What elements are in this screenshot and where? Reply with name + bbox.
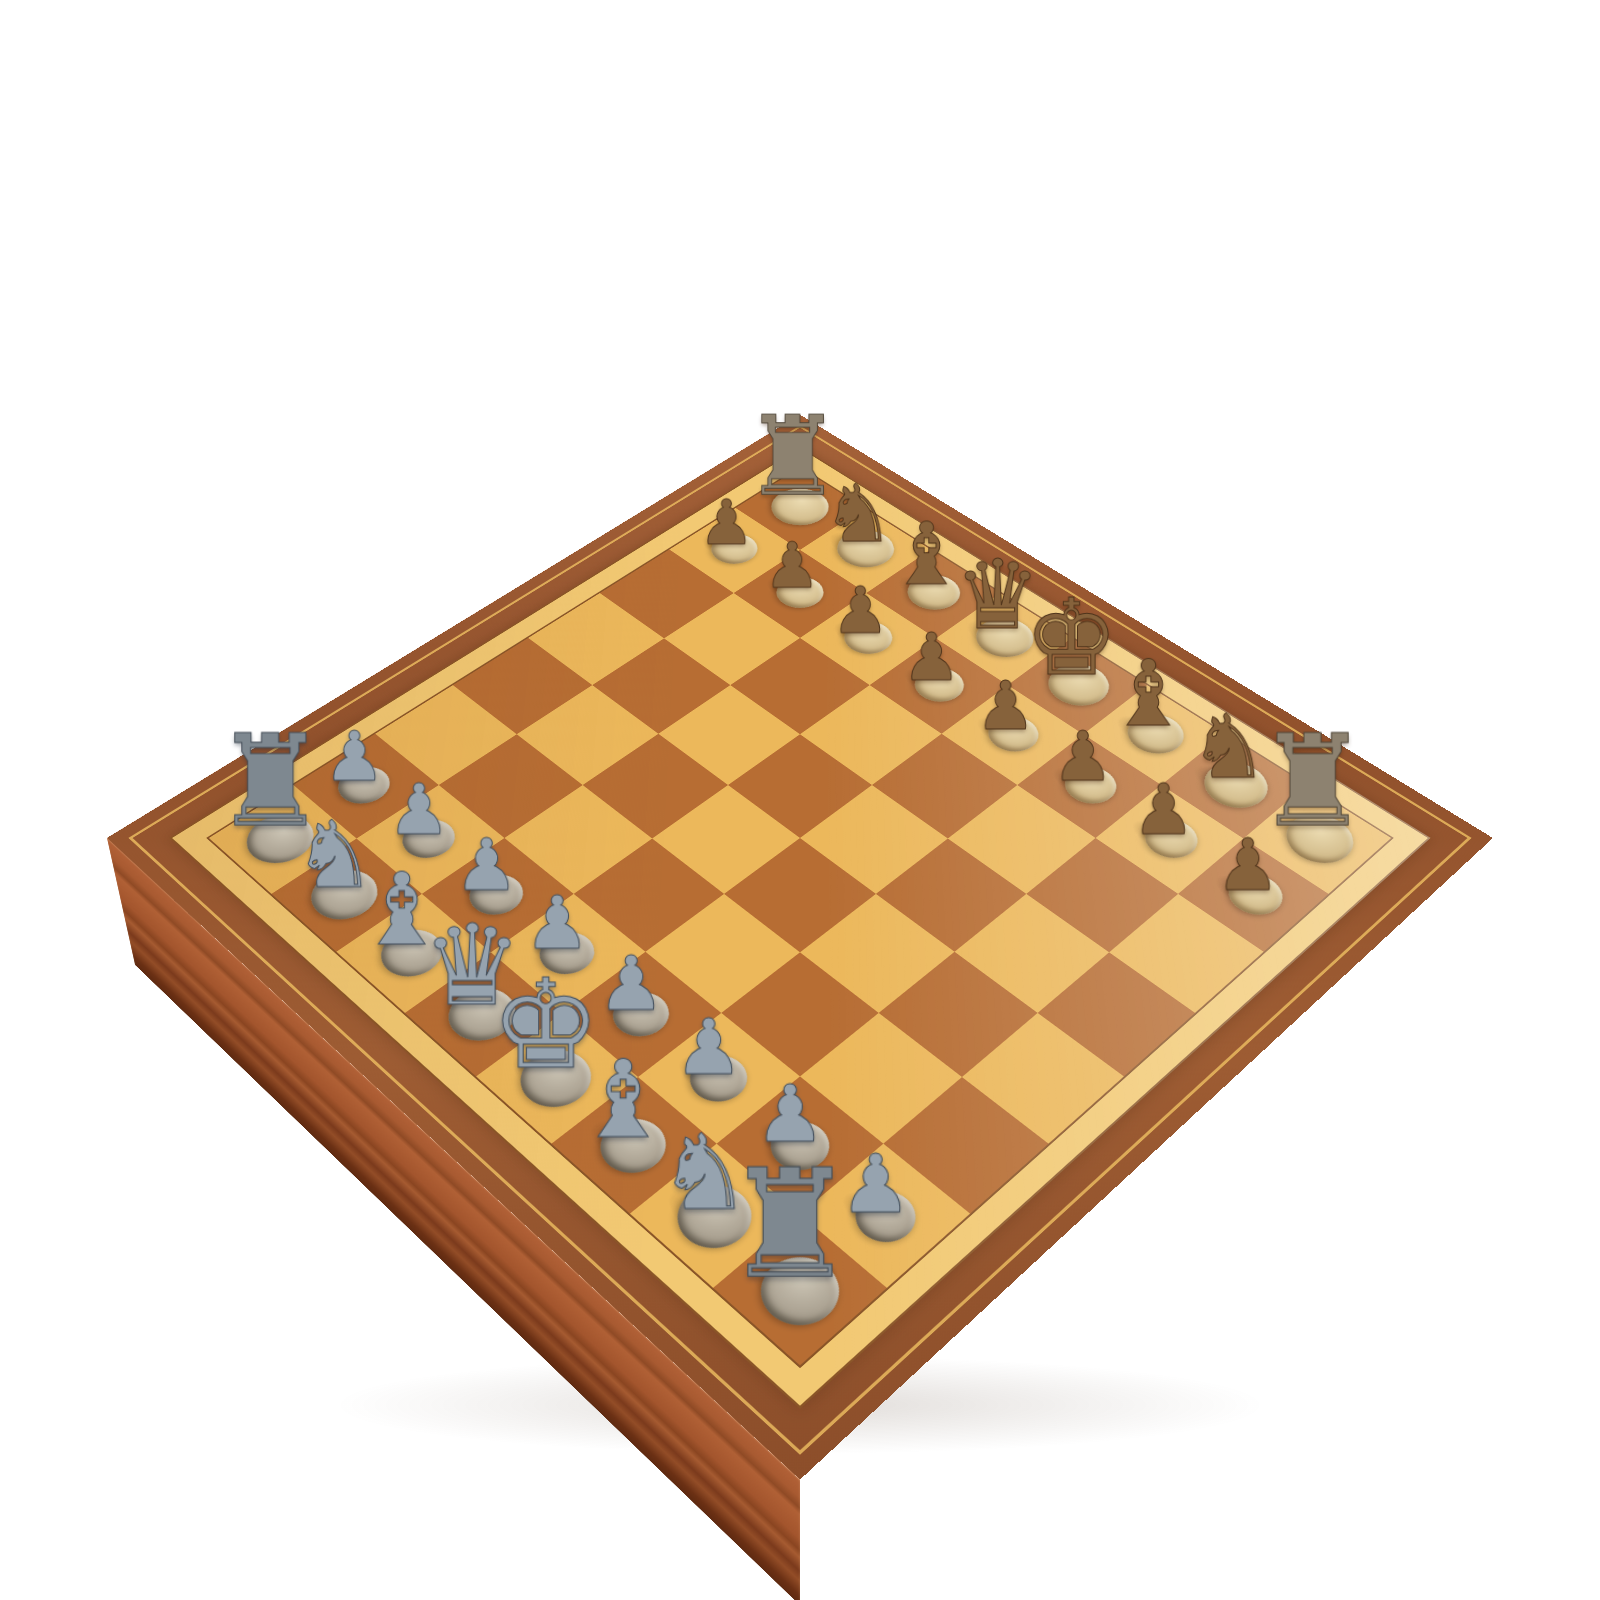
chess-box: ♜♞♝♛♚♝♞♜♟♟♟♟♟♟♟♟♟♟♟♟♟♟♟♟♜♞♝♛♚♝♞♜ (107, 415, 1493, 1480)
product-photo: ♜♞♝♛♚♝♞♜♟♟♟♟♟♟♟♟♟♟♟♟♟♟♟♟♜♞♝♛♚♝♞♜ (0, 0, 1600, 1600)
box-top: ♜♞♝♛♚♝♞♜♟♟♟♟♟♟♟♟♟♟♟♟♟♟♟♟♜♞♝♛♚♝♞♜ (107, 415, 1493, 1480)
scene: ♜♞♝♛♚♝♞♜♟♟♟♟♟♟♟♟♟♟♟♟♟♟♟♟♜♞♝♛♚♝♞♜ (0, 0, 1600, 1600)
pawn-figurine-glyph: ♟ (1166, 829, 1330, 901)
pieces-layer: ♜♞♝♛♚♝♞♜♟♟♟♟♟♟♟♟♟♟♟♟♟♟♟♟♜♞♝♛♚♝♞♜ (206, 466, 1394, 1368)
rook-figurine-glyph: ♜ (695, 1149, 885, 1298)
board-surface: ♜♞♝♛♚♝♞♜♟♟♟♟♟♟♟♟♟♟♟♟♟♟♟♟♜♞♝♛♚♝♞♜ (169, 447, 1430, 1409)
